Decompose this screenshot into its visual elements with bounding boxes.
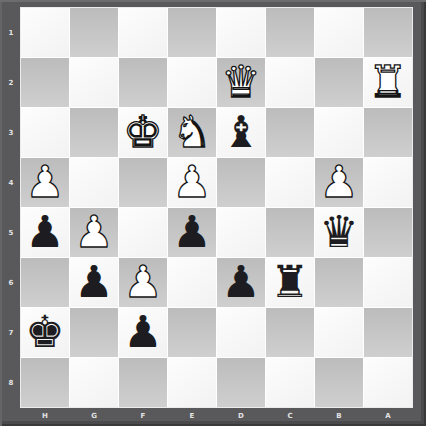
file-label-e: E bbox=[168, 412, 216, 421]
square-a3[interactable] bbox=[364, 108, 412, 157]
square-a5[interactable] bbox=[364, 208, 412, 257]
file-label-d: D bbox=[217, 412, 265, 421]
white-king-f3[interactable]: ♚ bbox=[123, 110, 162, 154]
square-c3[interactable] bbox=[266, 108, 314, 157]
square-h8[interactable] bbox=[21, 358, 69, 407]
square-a2[interactable]: ♜ bbox=[364, 58, 412, 107]
black-king-h7[interactable]: ♚ bbox=[25, 310, 64, 354]
square-a7[interactable] bbox=[364, 308, 412, 357]
square-h2[interactable] bbox=[21, 58, 69, 107]
square-h5[interactable]: ♟ bbox=[21, 208, 69, 257]
rank-label-8: 8 bbox=[4, 379, 18, 387]
square-g5[interactable]: ♟ bbox=[70, 208, 118, 257]
rank-label-1: 1 bbox=[4, 29, 18, 37]
square-c2[interactable] bbox=[266, 58, 314, 107]
white-knight-e3[interactable]: ♞ bbox=[172, 110, 211, 154]
square-g3[interactable] bbox=[70, 108, 118, 157]
white-rook-a2[interactable]: ♜ bbox=[368, 60, 407, 104]
square-b5[interactable]: ♛ bbox=[315, 208, 363, 257]
black-pawn-d6[interactable]: ♟ bbox=[221, 260, 260, 304]
square-h3[interactable] bbox=[21, 108, 69, 157]
file-label-g: G bbox=[70, 412, 118, 421]
square-e6[interactable] bbox=[168, 258, 216, 307]
square-d4[interactable] bbox=[217, 158, 265, 207]
square-a8[interactable] bbox=[364, 358, 412, 407]
black-pawn-f7[interactable]: ♟ bbox=[123, 310, 162, 354]
square-c4[interactable] bbox=[266, 158, 314, 207]
white-queen-d2[interactable]: ♛ bbox=[221, 60, 260, 104]
square-d2[interactable]: ♛ bbox=[217, 58, 265, 107]
square-e4[interactable]: ♟ bbox=[168, 158, 216, 207]
square-e7[interactable] bbox=[168, 308, 216, 357]
square-g6[interactable]: ♟ bbox=[70, 258, 118, 307]
square-d1[interactable] bbox=[217, 8, 265, 57]
rank-label-7: 7 bbox=[4, 329, 18, 337]
square-b2[interactable] bbox=[315, 58, 363, 107]
square-a4[interactable] bbox=[364, 158, 412, 207]
square-c1[interactable] bbox=[266, 8, 314, 57]
square-d7[interactable] bbox=[217, 308, 265, 357]
square-b1[interactable] bbox=[315, 8, 363, 57]
square-g8[interactable] bbox=[70, 358, 118, 407]
file-label-a: A bbox=[364, 412, 412, 421]
white-pawn-b4[interactable]: ♟ bbox=[319, 160, 358, 204]
square-f3[interactable]: ♚ bbox=[119, 108, 167, 157]
square-d3[interactable]: ♝ bbox=[217, 108, 265, 157]
square-f6[interactable]: ♟ bbox=[119, 258, 167, 307]
file-label-h: H bbox=[21, 412, 69, 421]
square-e5[interactable]: ♟ bbox=[168, 208, 216, 257]
square-h6[interactable] bbox=[21, 258, 69, 307]
chess-board: ♛♜♚♞♝♟♟♟♟♟♟♛♟♟♟♜♚♟ bbox=[21, 8, 412, 407]
square-a1[interactable] bbox=[364, 8, 412, 57]
black-rook-c6[interactable]: ♜ bbox=[270, 260, 309, 304]
square-b4[interactable]: ♟ bbox=[315, 158, 363, 207]
square-f4[interactable] bbox=[119, 158, 167, 207]
black-pawn-g6[interactable]: ♟ bbox=[74, 260, 113, 304]
square-h1[interactable] bbox=[21, 8, 69, 57]
square-g2[interactable] bbox=[70, 58, 118, 107]
square-b7[interactable] bbox=[315, 308, 363, 357]
square-h4[interactable]: ♟ bbox=[21, 158, 69, 207]
file-label-b: B bbox=[315, 412, 363, 421]
white-pawn-f6[interactable]: ♟ bbox=[123, 260, 162, 304]
square-h7[interactable]: ♚ bbox=[21, 308, 69, 357]
chess-board-frame: ♛♜♚♞♝♟♟♟♟♟♟♛♟♟♟♜♚♟ 12345678 HGFEDCBA bbox=[0, 0, 426, 426]
square-c7[interactable] bbox=[266, 308, 314, 357]
square-f2[interactable] bbox=[119, 58, 167, 107]
file-label-f: F bbox=[119, 412, 167, 421]
file-label-c: C bbox=[266, 412, 314, 421]
square-c8[interactable] bbox=[266, 358, 314, 407]
square-f8[interactable] bbox=[119, 358, 167, 407]
black-pawn-h5[interactable]: ♟ bbox=[25, 210, 64, 254]
white-pawn-e4[interactable]: ♟ bbox=[172, 160, 211, 204]
square-d6[interactable]: ♟ bbox=[217, 258, 265, 307]
square-f7[interactable]: ♟ bbox=[119, 308, 167, 357]
square-c5[interactable] bbox=[266, 208, 314, 257]
square-e1[interactable] bbox=[168, 8, 216, 57]
black-pawn-e5[interactable]: ♟ bbox=[172, 210, 211, 254]
square-c6[interactable]: ♜ bbox=[266, 258, 314, 307]
rank-label-4: 4 bbox=[4, 179, 18, 187]
rank-label-2: 2 bbox=[4, 79, 18, 87]
black-bishop-d3[interactable]: ♝ bbox=[221, 110, 260, 154]
square-e3[interactable]: ♞ bbox=[168, 108, 216, 157]
square-b8[interactable] bbox=[315, 358, 363, 407]
square-e2[interactable] bbox=[168, 58, 216, 107]
white-pawn-h4[interactable]: ♟ bbox=[25, 160, 64, 204]
square-g1[interactable] bbox=[70, 8, 118, 57]
black-queen-b5[interactable]: ♛ bbox=[319, 210, 358, 254]
square-e8[interactable] bbox=[168, 358, 216, 407]
square-a6[interactable] bbox=[364, 258, 412, 307]
white-pawn-g5[interactable]: ♟ bbox=[74, 210, 113, 254]
square-g4[interactable] bbox=[70, 158, 118, 207]
square-b3[interactable] bbox=[315, 108, 363, 157]
square-f1[interactable] bbox=[119, 8, 167, 57]
square-g7[interactable] bbox=[70, 308, 118, 357]
square-f5[interactable] bbox=[119, 208, 167, 257]
square-d5[interactable] bbox=[217, 208, 265, 257]
square-d8[interactable] bbox=[217, 358, 265, 407]
square-b6[interactable] bbox=[315, 258, 363, 307]
rank-label-3: 3 bbox=[4, 129, 18, 137]
rank-label-6: 6 bbox=[4, 279, 18, 287]
rank-label-5: 5 bbox=[4, 229, 18, 237]
